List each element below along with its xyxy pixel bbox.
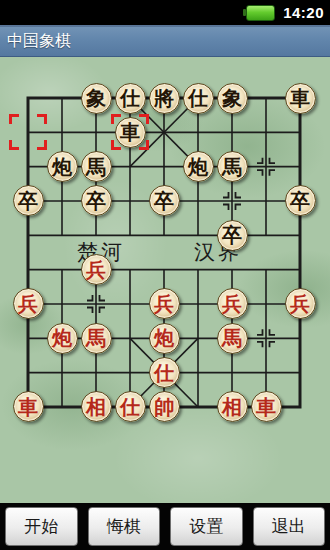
battery-icon xyxy=(246,5,275,21)
start-button[interactable]: 开始 xyxy=(5,507,78,546)
piece-black-soldier[interactable]: 卒 xyxy=(81,185,112,216)
piece-black-advisor[interactable]: 仕 xyxy=(183,83,214,114)
piece-black-soldier[interactable]: 卒 xyxy=(217,220,248,251)
title-bar: 中国象棋 xyxy=(0,25,330,57)
piece-black-elephant[interactable]: 象 xyxy=(217,83,248,114)
piece-red-horse[interactable]: 馬 xyxy=(217,323,248,354)
piece-black-cannon[interactable]: 炮 xyxy=(183,151,214,182)
piece-red-chariot[interactable]: 車 xyxy=(13,391,44,422)
piece-black-cannon[interactable]: 炮 xyxy=(47,151,78,182)
piece-black-general[interactable]: 將 xyxy=(149,83,180,114)
piece-red-cannon[interactable]: 炮 xyxy=(149,323,180,354)
piece-black-horse[interactable]: 馬 xyxy=(81,151,112,182)
piece-black-soldier[interactable]: 卒 xyxy=(149,185,180,216)
piece-red-general[interactable]: 帥 xyxy=(149,391,180,422)
piece-red-soldier[interactable]: 兵 xyxy=(13,288,44,319)
app-window: 14:20 中国象棋 xyxy=(0,0,330,550)
piece-red-soldier[interactable]: 兵 xyxy=(285,288,316,319)
piece-red-cannon[interactable]: 炮 xyxy=(47,323,78,354)
piece-black-elephant[interactable]: 象 xyxy=(81,83,112,114)
piece-red-soldier[interactable]: 兵 xyxy=(81,254,112,285)
piece-black-soldier[interactable]: 卒 xyxy=(285,185,316,216)
piece-black-chariot[interactable]: 車 xyxy=(115,117,146,148)
xiangqi-board[interactable]: 楚河 汉界 xyxy=(0,57,330,503)
piece-red-soldier[interactable]: 兵 xyxy=(149,288,180,319)
status-bar: 14:20 xyxy=(0,0,330,25)
piece-red-chariot[interactable]: 車 xyxy=(251,391,282,422)
piece-red-elephant[interactable]: 相 xyxy=(217,391,248,422)
piece-red-horse[interactable]: 馬 xyxy=(81,323,112,354)
piece-red-soldier[interactable]: 兵 xyxy=(217,288,248,319)
piece-red-advisor[interactable]: 仕 xyxy=(115,391,146,422)
piece-black-horse[interactable]: 馬 xyxy=(217,151,248,182)
undo-button[interactable]: 悔棋 xyxy=(88,507,161,546)
exit-button[interactable]: 退出 xyxy=(253,507,326,546)
button-bar: 开始 悔棋 设置 退出 xyxy=(0,503,330,550)
game-area: 楚河 汉界 象仕將仕象車車炮馬炮馬卒卒卒卒卒兵兵兵兵兵炮馬炮馬仕車相仕帥相車 xyxy=(0,57,330,503)
clock-label: 14:20 xyxy=(283,4,324,21)
piece-red-advisor[interactable]: 仕 xyxy=(149,357,180,388)
piece-black-advisor[interactable]: 仕 xyxy=(115,83,146,114)
piece-black-soldier[interactable]: 卒 xyxy=(13,185,44,216)
app-title: 中国象棋 xyxy=(7,31,71,52)
settings-button[interactable]: 设置 xyxy=(170,507,243,546)
piece-red-elephant[interactable]: 相 xyxy=(81,391,112,422)
piece-black-chariot[interactable]: 車 xyxy=(285,83,316,114)
